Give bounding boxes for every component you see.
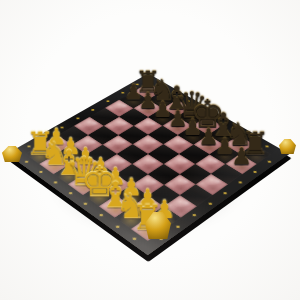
- chess-set-photo: ♜♞♝♛♚♝♞♜♟♟♟♟♟♟♟♟♟♟♟♟♟♟♟♟♜♞♝♛♚♝♞♜: [0, 0, 300, 300]
- frame-coordinate-mark: [253, 171, 256, 173]
- frame-coordinate-mark: [172, 92, 175, 94]
- frame-coordinate-mark: [158, 84, 161, 86]
- frame-coordinate-mark: [116, 226, 119, 228]
- frame-coordinate-mark: [92, 109, 95, 111]
- frame-coordinate-mark: [76, 118, 79, 120]
- frame-coordinate-mark: [25, 161, 28, 163]
- frame-coordinate-mark: [121, 92, 124, 94]
- frame-coordinate-mark: [60, 127, 63, 129]
- board-grid: ♜♞♝♛♚♝♞♜♟♟♟♟♟♟♟♟♟♟♟♟♟♟♟♟♜♞♝♛♚♝♞♜: [25, 83, 271, 241]
- frame-coordinate-mark: [187, 100, 190, 102]
- frame-coordinate-mark: [69, 192, 72, 194]
- frame-coordinate-mark: [193, 214, 196, 216]
- frame-coordinate-mark: [100, 214, 103, 216]
- piece-black-pawn[interactable]: ♟: [230, 145, 253, 168]
- frame-coordinate-mark: [208, 203, 211, 205]
- frame-coordinate-mark: [39, 171, 42, 173]
- frame-coordinate-mark: [54, 181, 57, 183]
- frame-coordinate-mark: [202, 109, 205, 111]
- frame-coordinate-mark: [224, 192, 227, 194]
- frame-coordinate-mark: [136, 84, 139, 86]
- frame-coordinate-mark: [217, 118, 220, 120]
- board-scene: ♜♞♝♛♚♝♞♜♟♟♟♟♟♟♟♟♟♟♟♟♟♟♟♟♜♞♝♛♚♝♞♜: [0, 0, 300, 300]
- frame-coordinate-mark: [233, 127, 236, 129]
- square-h7[interactable]: ♟: [226, 154, 257, 174]
- frame-coordinate-mark: [176, 226, 179, 228]
- frame-coordinate-mark: [107, 100, 110, 102]
- frame-coordinate-mark: [132, 237, 135, 239]
- frame-coordinate-mark: [84, 203, 87, 205]
- frame-coordinate-mark: [239, 181, 242, 183]
- frame-coordinate-mark: [267, 161, 270, 163]
